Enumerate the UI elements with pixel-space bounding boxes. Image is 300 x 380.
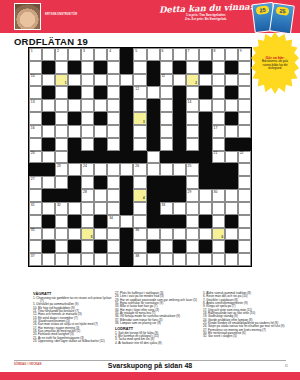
lottery-tickets-graphic: 25 25 <box>251 1 295 32</box>
grid-cell[interactable] <box>42 228 55 241</box>
grid-cell[interactable] <box>29 112 42 125</box>
clue-item: 38. Lampan som en plåring ser (9) <box>115 322 200 325</box>
grid-cell[interactable] <box>147 48 160 61</box>
grid-cell[interactable] <box>55 138 68 151</box>
cell-number: 33 <box>161 203 165 207</box>
grid-cell[interactable] <box>55 215 68 228</box>
grid-cell[interactable] <box>107 99 120 112</box>
grid-cell[interactable] <box>133 215 146 228</box>
grid-cell[interactable] <box>55 151 68 164</box>
grid-cell[interactable] <box>133 202 146 215</box>
answer-letter-index: 4 <box>143 197 145 200</box>
grid-cell[interactable] <box>173 202 186 215</box>
grid-cell[interactable] <box>186 215 199 228</box>
cell-number: 13 <box>31 100 35 104</box>
cell-number: 12 <box>135 87 139 91</box>
grid-cell[interactable] <box>173 253 186 266</box>
grid-cell[interactable]: 26 <box>133 163 146 176</box>
grid-cell[interactable] <box>199 202 212 215</box>
grid-cell[interactable] <box>238 176 251 189</box>
grid-cell[interactable] <box>81 86 94 99</box>
yellow-answer-cell[interactable]: 2 <box>186 74 199 87</box>
clue-item: 4. Är barbarer inte till den själva (8) <box>115 342 200 345</box>
grid-cell[interactable] <box>107 138 120 151</box>
black-cell <box>225 61 238 74</box>
black-cell <box>94 86 107 99</box>
grid-cell[interactable] <box>133 138 146 151</box>
grid-cell[interactable] <box>238 253 251 266</box>
black-cell <box>160 215 173 228</box>
grid-cell[interactable] <box>55 125 68 138</box>
grid-cell[interactable] <box>94 48 107 61</box>
page-number: 31 <box>285 364 288 368</box>
grid-cell[interactable] <box>238 202 251 215</box>
grid-cell[interactable] <box>68 228 81 241</box>
grid-cell[interactable] <box>107 125 120 138</box>
grid-cell[interactable] <box>199 189 212 202</box>
black-cell <box>238 138 251 151</box>
grid-cell[interactable] <box>225 151 238 164</box>
grid-cell[interactable] <box>107 112 120 125</box>
black-cell <box>147 176 160 189</box>
black-cell <box>94 61 107 74</box>
grid-cell[interactable]: 6 <box>160 48 173 61</box>
black-cell <box>212 163 225 176</box>
grid-cell[interactable] <box>68 163 81 176</box>
black-cell <box>42 112 55 125</box>
grid-cell[interactable] <box>42 176 55 189</box>
prize-text: Detta kan du vinna: 1:a pris: Två Sverig… <box>158 4 254 21</box>
black-cell <box>29 163 42 176</box>
grid-cell[interactable] <box>94 163 107 176</box>
grid-cell[interactable] <box>81 99 94 112</box>
grid-cell[interactable]: 2 <box>55 48 68 61</box>
grid-cell[interactable] <box>120 215 133 228</box>
black-cell <box>94 151 107 164</box>
grid-cell[interactable] <box>160 112 173 125</box>
grid-cell[interactable] <box>199 253 212 266</box>
black-cell <box>147 215 160 228</box>
grid-cell[interactable]: 28 <box>81 189 94 202</box>
grid-cell[interactable] <box>238 86 251 99</box>
grid-cell[interactable]: 33 <box>160 202 173 215</box>
black-cell <box>225 112 238 125</box>
grid-cell[interactable] <box>55 61 68 74</box>
black-cell <box>199 86 212 99</box>
grid-cell[interactable]: 37 <box>29 253 42 266</box>
grid-cell[interactable] <box>107 189 120 202</box>
black-cell <box>199 176 212 189</box>
grid-cell[interactable]: 3 <box>81 48 94 61</box>
cell-number: 10 <box>31 74 35 78</box>
grid-cell[interactable] <box>42 253 55 266</box>
black-cell <box>120 240 133 253</box>
grid-cell[interactable]: 38 <box>133 253 146 266</box>
grid-cell[interactable] <box>160 163 173 176</box>
grid-cell[interactable]: 4 <box>107 48 120 61</box>
grid-cell[interactable] <box>107 86 120 99</box>
grid-cell[interactable] <box>29 138 42 151</box>
cell-number: 11 <box>161 74 165 78</box>
ticket-value-badge: 25 <box>276 6 290 16</box>
grid-cell[interactable] <box>94 189 107 202</box>
grid-cell[interactable] <box>81 215 94 228</box>
grid-cell[interactable] <box>186 176 199 189</box>
grid-cell[interactable]: 34 <box>107 215 120 228</box>
black-cell <box>160 151 173 164</box>
black-cell <box>199 240 212 253</box>
grid-cell[interactable]: 14 <box>186 99 199 112</box>
grid-cell[interactable] <box>42 125 55 138</box>
black-cell <box>107 151 120 164</box>
grid-cell[interactable] <box>133 176 146 189</box>
grid-cell[interactable] <box>68 202 81 215</box>
black-cell <box>225 215 238 228</box>
grid-cell[interactable] <box>186 138 199 151</box>
grid-cell[interactable] <box>238 189 251 202</box>
grid-cell[interactable]: 35 <box>29 228 42 241</box>
grid-cell[interactable] <box>225 99 238 112</box>
grid-cell[interactable]: 27 <box>29 176 42 189</box>
black-cell <box>81 151 94 164</box>
cell-number: 25 <box>188 164 192 168</box>
grid-cell[interactable] <box>107 240 120 253</box>
grid-cell[interactable] <box>94 228 107 241</box>
grid-cell[interactable]: 16 <box>29 125 42 138</box>
grid-cell[interactable] <box>186 112 199 125</box>
grid-cell[interactable] <box>107 228 120 241</box>
black-cell <box>42 138 55 151</box>
grid-cell[interactable]: 25 <box>186 163 199 176</box>
grid-cell[interactable] <box>160 228 173 241</box>
grid-cell[interactable] <box>225 48 238 61</box>
grid-cell[interactable] <box>199 48 212 61</box>
black-cell <box>42 61 55 74</box>
grid-cell[interactable] <box>42 48 55 61</box>
grid-cell[interactable] <box>133 74 146 87</box>
grid-cell[interactable] <box>55 228 68 241</box>
grid-cell[interactable] <box>212 202 225 215</box>
grid-cell[interactable] <box>160 61 173 74</box>
black-cell <box>120 228 133 241</box>
answer-letter-index: 1 <box>65 82 67 85</box>
cell-number: 8 <box>214 49 216 53</box>
cell-number: 16 <box>31 126 35 130</box>
black-cell <box>94 240 107 253</box>
black-cell <box>147 138 160 151</box>
grid-cell[interactable] <box>225 228 238 241</box>
black-cell <box>94 112 107 125</box>
grid-cell[interactable] <box>68 48 81 61</box>
grid-cell[interactable]: 5 <box>133 48 146 61</box>
cell-number: 20 <box>31 151 35 155</box>
grid-cell[interactable] <box>107 176 120 189</box>
grid-cell[interactable] <box>186 202 199 215</box>
grid-cell[interactable]: 17 <box>212 125 225 138</box>
yellow-answer-cell[interactable]: 5 <box>81 228 94 241</box>
grid-cell[interactable]: 11 <box>160 74 173 87</box>
grid-cell[interactable] <box>147 253 160 266</box>
cell-number: 17 <box>214 126 218 130</box>
grid-cell[interactable] <box>29 61 42 74</box>
grid-cell[interactable] <box>186 86 199 99</box>
black-cell <box>42 163 55 176</box>
black-cell <box>68 112 81 125</box>
black-cell <box>94 176 107 189</box>
lottery-ticket: 25 <box>269 3 295 35</box>
black-cell <box>42 189 55 202</box>
clue-column-3: 5. Äldre svensk gammal tradition (8)6. R… <box>203 292 289 339</box>
answer-letter-index: 3 <box>143 121 145 124</box>
cell-number: 2 <box>57 49 59 53</box>
grid-cell[interactable]: 29 <box>186 189 199 202</box>
black-cell <box>147 240 160 253</box>
cell-number: 6 <box>161 49 163 53</box>
grid-cell[interactable] <box>186 240 199 253</box>
grid-cell[interactable] <box>186 228 199 241</box>
cell-number: 32 <box>57 203 61 207</box>
grid-cell[interactable] <box>94 253 107 266</box>
grid-cell[interactable]: 30 <box>212 189 225 202</box>
black-cell <box>120 151 133 164</box>
grid-cell[interactable] <box>29 189 42 202</box>
grid-cell[interactable] <box>42 99 55 112</box>
black-cell <box>173 151 186 164</box>
yellow-answer-cell[interactable]: 4 <box>133 189 146 202</box>
cell-number: 14 <box>188 100 192 104</box>
grid-cell[interactable] <box>238 74 251 87</box>
black-cell <box>147 189 160 202</box>
black-cell <box>225 138 238 151</box>
grid-cell[interactable] <box>212 61 225 74</box>
grid-cell[interactable] <box>120 163 133 176</box>
grid-cell[interactable] <box>212 215 225 228</box>
how-to-starburst: Gör så här: Bokstäverna i de gula rutorn… <box>251 32 299 94</box>
grid-cell[interactable]: 12 <box>133 86 146 99</box>
grid-cell[interactable]: 21 <box>212 151 225 164</box>
grid-cell[interactable]: 36 <box>133 228 146 241</box>
black-cell <box>225 86 238 99</box>
black-cell <box>199 151 212 164</box>
black-cell <box>68 61 81 74</box>
grid-cell[interactable] <box>212 74 225 87</box>
grid-cell[interactable] <box>94 74 107 87</box>
grid-cell[interactable] <box>238 240 251 253</box>
grid-cell[interactable] <box>42 151 55 164</box>
grid-cell[interactable] <box>81 253 94 266</box>
black-cell <box>120 48 133 61</box>
grid-cell[interactable] <box>186 253 199 266</box>
grid-cell[interactable] <box>186 125 199 138</box>
grid-cell[interactable] <box>55 240 68 253</box>
cell-number: 27 <box>31 177 35 181</box>
black-cell <box>42 86 55 99</box>
grid-cell[interactable] <box>81 112 94 125</box>
grid-cell[interactable]: 13 <box>29 99 42 112</box>
grid-cell[interactable] <box>107 74 120 87</box>
grid-cell[interactable] <box>55 176 68 189</box>
crossword-grid: 1234567891011121213143161720212223242625… <box>28 47 252 267</box>
grid-cell[interactable] <box>199 74 212 87</box>
black-cell <box>160 189 173 202</box>
black-cell <box>42 215 55 228</box>
grid-cell[interactable] <box>212 112 225 125</box>
grid-cell[interactable] <box>42 202 55 215</box>
black-cell <box>199 112 212 125</box>
grid-cell[interactable] <box>238 99 251 112</box>
grid-cell[interactable] <box>147 86 160 99</box>
grid-cell[interactable] <box>199 228 212 241</box>
grid-cell[interactable] <box>160 99 173 112</box>
grid-cell[interactable] <box>225 253 238 266</box>
grid-cell[interactable] <box>133 61 146 74</box>
grid-cell[interactable] <box>238 215 251 228</box>
black-cell <box>120 253 133 266</box>
grid-cell[interactable] <box>173 163 186 176</box>
grid-cell[interactable] <box>238 112 251 125</box>
grid-cell[interactable] <box>55 99 68 112</box>
grid-cell[interactable] <box>212 138 225 151</box>
cell-number: 21 <box>214 151 218 155</box>
grid-cell[interactable] <box>212 99 225 112</box>
yellow-answer-cell[interactable]: 3 <box>133 112 146 125</box>
grid-cell[interactable] <box>29 215 42 228</box>
grid-cell[interactable] <box>55 86 68 99</box>
cell-number: 26 <box>135 164 139 168</box>
black-cell <box>173 61 186 74</box>
cell-number: 24 <box>83 164 87 168</box>
grid-cell[interactable]: 20 <box>29 151 42 164</box>
grid-cell[interactable] <box>173 228 186 241</box>
grid-cell[interactable]: 8 <box>212 48 225 61</box>
black-cell <box>120 176 133 189</box>
clue-section: VÅGRÄTT 1. Chansning när gamblern tar en… <box>0 292 300 358</box>
how-to-text: Bokstäverna i de gula rutorna bildar här… <box>258 60 292 70</box>
grid-cell[interactable] <box>133 99 146 112</box>
grid-cell[interactable] <box>68 74 81 87</box>
grid-cell[interactable] <box>160 138 173 151</box>
grid-cell[interactable] <box>225 74 238 87</box>
black-cell <box>68 240 81 253</box>
grid-cell[interactable] <box>81 74 94 87</box>
black-cell <box>147 112 160 125</box>
grid-cell[interactable] <box>68 99 81 112</box>
grid-cell[interactable]: 32 <box>55 202 68 215</box>
grid-cell[interactable] <box>94 202 107 215</box>
cell-number: 35 <box>31 228 35 232</box>
yellow-answer-cell[interactable]: 6 <box>212 228 225 241</box>
grid-cell[interactable] <box>107 202 120 215</box>
grid-cell[interactable]: 7 <box>186 48 199 61</box>
ticket-value-badge: 25 <box>256 5 270 15</box>
grid-cell[interactable] <box>68 253 81 266</box>
cell-number: 30 <box>214 190 218 194</box>
grid-cell[interactable] <box>212 86 225 99</box>
cell-number: 3 <box>83 49 85 53</box>
grid-cell[interactable] <box>81 61 94 74</box>
grid-cell[interactable] <box>147 163 160 176</box>
grid-cell[interactable] <box>225 189 238 202</box>
grid-cell[interactable] <box>238 163 251 176</box>
grid-cell[interactable] <box>81 202 94 215</box>
black-cell <box>173 112 186 125</box>
black-cell <box>173 99 186 112</box>
grid-cell[interactable] <box>107 253 120 266</box>
grid-cell[interactable] <box>160 86 173 99</box>
grid-cell[interactable] <box>94 125 107 138</box>
cell-number: 34 <box>109 216 113 220</box>
grid-cell[interactable] <box>212 253 225 266</box>
cell-number: 38 <box>135 254 139 258</box>
grid-cell[interactable] <box>81 125 94 138</box>
black-cell <box>147 61 160 74</box>
grid-cell[interactable] <box>42 74 55 87</box>
grid-cell[interactable] <box>173 74 186 87</box>
grid-cell[interactable] <box>212 240 225 253</box>
grid-cell[interactable] <box>81 138 94 151</box>
grid-cell[interactable] <box>238 61 251 74</box>
grid-cell[interactable] <box>225 202 238 215</box>
grid-cell[interactable] <box>55 253 68 266</box>
grid-cell[interactable] <box>160 240 173 253</box>
grid-cell[interactable] <box>173 48 186 61</box>
black-cell <box>133 151 146 164</box>
grid-cell[interactable] <box>29 240 42 253</box>
grid-cell[interactable] <box>147 151 160 164</box>
grid-cell[interactable] <box>120 74 133 87</box>
page-title: ORDFLÄTAN 19 <box>14 36 88 47</box>
grid-cell[interactable] <box>29 86 42 99</box>
footer-rule <box>14 360 286 361</box>
clue-column-1: VÅGRÄTT 1. Chansning när gamblern tar en… <box>33 292 112 343</box>
black-cell <box>68 176 81 189</box>
grid-cell[interactable] <box>147 228 160 241</box>
grid-cell[interactable] <box>238 125 251 138</box>
cell-number: 29 <box>188 190 192 194</box>
prize-banner: KRYSSKONSTRUKTÖR Detta kan du vinna: 1:a… <box>0 0 300 33</box>
grid-cell[interactable] <box>94 99 107 112</box>
black-cell <box>120 86 133 99</box>
grid-cell[interactable] <box>68 125 81 138</box>
grid-cell[interactable] <box>133 125 146 138</box>
grid-cell[interactable] <box>133 240 146 253</box>
black-cell <box>173 240 186 253</box>
black-cell <box>173 215 186 228</box>
grid-cell[interactable] <box>160 253 173 266</box>
yellow-answer-cell[interactable]: 1 <box>55 74 68 87</box>
answer-letter-index: 6 <box>221 236 223 239</box>
grid-cell[interactable]: 22 <box>238 151 251 164</box>
grid-cell[interactable] <box>81 240 94 253</box>
grid-cell[interactable] <box>55 112 68 125</box>
grid-cell[interactable] <box>107 163 120 176</box>
grid-cell[interactable]: 10 <box>29 74 42 87</box>
grid-cell[interactable]: 24 <box>81 163 94 176</box>
grid-cell[interactable]: 31 <box>29 202 42 215</box>
grid-cell[interactable]: 9 <box>238 48 251 61</box>
grid-cell[interactable] <box>186 61 199 74</box>
black-cell <box>225 240 238 253</box>
grid-cell[interactable] <box>160 125 173 138</box>
grid-cell[interactable] <box>225 125 238 138</box>
grid-cell[interactable] <box>199 99 212 112</box>
grid-cell[interactable]: 1 <box>29 48 42 61</box>
grid-cell[interactable] <box>238 228 251 241</box>
clue-item: 32. Går snett i skogen (5) <box>203 335 289 338</box>
grid-cell[interactable]: 23 <box>55 163 68 176</box>
grid-cell[interactable] <box>81 176 94 189</box>
grid-cell[interactable] <box>107 61 120 74</box>
